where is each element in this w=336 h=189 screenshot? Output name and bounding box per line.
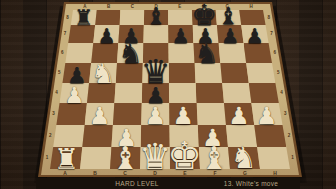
square-e4[interactable] [169,83,197,103]
piece-white-knight-b5[interactable]: ♞ [91,60,115,87]
piece-white-knight-g1[interactable]: ♞ [231,144,257,173]
square-g5[interactable] [220,63,248,83]
difficulty-level-label: HARD LEVEL [115,178,158,189]
rank-label-1-right: 1 [291,155,294,160]
piece-white-rook-a1[interactable]: ♜ [54,145,80,174]
square-f3[interactable] [197,103,226,125]
square-h5[interactable] [246,63,275,83]
piece-white-pawn-e3[interactable]: ♟ [173,105,194,129]
status-bar: HARD LEVEL 13. White's move [36,178,300,189]
piece-white-pawn-b3[interactable]: ♟ [89,105,110,129]
piece-black-knight-f6[interactable]: ♞ [194,40,218,67]
piece-black-rook-a8[interactable]: ♜ [74,7,93,28]
file-label-h-top: H [250,4,253,9]
piece-black-pawn-g7[interactable]: ♟ [221,26,239,46]
square-c3[interactable] [113,103,142,125]
rank-label-2-right: 2 [288,133,291,138]
piece-white-king-e1[interactable]: ♚ [167,137,202,176]
file-label-c-top: C [131,4,134,9]
square-a6[interactable] [65,43,93,63]
piece-black-pawn-e7[interactable]: ♟ [172,26,190,46]
rank-label-3-right: 3 [284,111,287,116]
file-label-e-top: E [178,4,181,9]
rank-label-1-left: 1 [46,155,49,160]
piece-white-bishop-f1[interactable]: ♝ [200,143,228,174]
file-label-b-bottom: B [93,170,97,176]
square-f4[interactable] [196,83,224,103]
piece-white-pawn-a4[interactable]: ♟ [65,84,85,106]
piece-black-pawn-b7[interactable]: ♟ [97,26,115,46]
piece-black-knight-c6[interactable]: ♞ [118,40,142,67]
rank-label-6-left: 6 [61,50,64,55]
piece-white-pawn-h3[interactable]: ♟ [256,105,277,129]
square-b1[interactable] [80,147,111,169]
square-g4[interactable] [222,83,251,103]
piece-black-pawn-h7[interactable]: ♟ [246,26,264,46]
square-h1[interactable] [257,147,290,169]
rank-label-5-left: 5 [58,70,61,75]
rank-label-5-right: 5 [277,70,280,75]
rank-label-8-left: 8 [66,15,69,20]
rank-label-4-right: 4 [280,90,283,95]
square-h4[interactable] [249,83,279,103]
piece-white-pawn-g3[interactable]: ♟ [228,105,249,129]
square-e5[interactable] [169,63,196,83]
piece-white-bishop-c1[interactable]: ♝ [111,143,139,174]
rank-label-6-right: 6 [274,50,277,55]
rank-label-3-left: 3 [52,111,55,116]
square-c4[interactable] [114,83,142,103]
move-indicator-label: 13. White's move [224,178,278,189]
rank-label-8-right: 8 [268,15,271,20]
rank-label-2-left: 2 [49,133,52,138]
file-label-h-bottom: H [273,170,277,176]
rank-label-7-left: 7 [64,31,67,36]
file-label-b-top: B [107,4,110,9]
piece-white-queen-d1[interactable]: ♛ [139,139,171,175]
piece-white-pawn-d3[interactable]: ♟ [145,105,166,129]
rank-label-7-right: 7 [270,31,273,36]
rank-label-4-left: 4 [55,90,58,95]
chess-app-screen: AABBCCDDEEFFGGHH8877665544332211♜♝♚♝♟♟♟♟… [0,0,336,189]
piece-black-bishop-d8[interactable]: ♝ [146,5,167,29]
